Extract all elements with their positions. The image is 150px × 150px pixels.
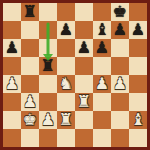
- square-h7[interactable]: ♟: [129, 21, 147, 39]
- piece-black-rook: ♜: [41, 57, 55, 75]
- square-d7[interactable]: ♟: [57, 21, 75, 39]
- piece-white-knight: ♞: [59, 75, 73, 93]
- piece-white-pawn: ♟: [5, 75, 19, 93]
- square-b4[interactable]: [21, 75, 39, 93]
- piece-black-pawn: ♟: [131, 21, 145, 39]
- piece-white-rook: ♜: [77, 93, 91, 111]
- chess-board: ♜♚♟♝♟♟♟♟♟♜♟♞♟♟♟♜♚♟♜♝: [0, 0, 150, 150]
- square-g5[interactable]: [111, 57, 129, 75]
- piece-white-pawn: ♟: [113, 75, 127, 93]
- square-b2[interactable]: ♚: [21, 111, 39, 129]
- piece-black-pawn: ♟: [5, 39, 19, 57]
- square-a2[interactable]: [3, 111, 21, 129]
- square-f4[interactable]: ♟: [93, 75, 111, 93]
- square-d4[interactable]: ♞: [57, 75, 75, 93]
- square-a4[interactable]: ♟: [3, 75, 21, 93]
- square-e1[interactable]: [75, 129, 93, 147]
- piece-white-pawn: ♟: [23, 93, 37, 111]
- square-b3[interactable]: ♟: [21, 93, 39, 111]
- piece-black-bishop: ♝: [95, 21, 109, 39]
- square-f2[interactable]: [93, 111, 111, 129]
- square-d5[interactable]: [57, 57, 75, 75]
- square-f7[interactable]: ♝: [93, 21, 111, 39]
- square-g4[interactable]: ♟: [111, 75, 129, 93]
- piece-black-rook: ♜: [23, 3, 37, 21]
- square-a3[interactable]: [3, 93, 21, 111]
- piece-black-king: ♚: [113, 3, 127, 21]
- square-g6[interactable]: [111, 39, 129, 57]
- square-g7[interactable]: ♟: [111, 21, 129, 39]
- square-c1[interactable]: [39, 129, 57, 147]
- square-c7[interactable]: [39, 21, 57, 39]
- square-e6[interactable]: ♟: [75, 39, 93, 57]
- square-f3[interactable]: [93, 93, 111, 111]
- piece-black-pawn: ♟: [77, 39, 91, 57]
- square-g3[interactable]: [111, 93, 129, 111]
- square-d3[interactable]: [57, 93, 75, 111]
- square-d6[interactable]: [57, 39, 75, 57]
- square-c3[interactable]: [39, 93, 57, 111]
- square-a5[interactable]: [3, 57, 21, 75]
- square-a1[interactable]: [3, 129, 21, 147]
- piece-black-pawn: ♟: [113, 21, 127, 39]
- square-a7[interactable]: [3, 21, 21, 39]
- square-e2[interactable]: [75, 111, 93, 129]
- square-c6[interactable]: [39, 39, 57, 57]
- square-g8[interactable]: ♚: [111, 3, 129, 21]
- square-b1[interactable]: [21, 129, 39, 147]
- square-c2[interactable]: ♟: [39, 111, 57, 129]
- piece-black-pawn: ♟: [59, 21, 73, 39]
- square-b7[interactable]: [21, 21, 39, 39]
- square-a6[interactable]: ♟: [3, 39, 21, 57]
- square-h2[interactable]: ♝: [129, 111, 147, 129]
- square-g2[interactable]: [111, 111, 129, 129]
- square-e7[interactable]: [75, 21, 93, 39]
- square-f5[interactable]: [93, 57, 111, 75]
- square-c8[interactable]: [39, 3, 57, 21]
- square-b6[interactable]: [21, 39, 39, 57]
- square-h4[interactable]: [129, 75, 147, 93]
- square-e5[interactable]: [75, 57, 93, 75]
- piece-white-king: ♚: [23, 111, 37, 129]
- square-f8[interactable]: [93, 3, 111, 21]
- square-h6[interactable]: [129, 39, 147, 57]
- square-e3[interactable]: ♜: [75, 93, 93, 111]
- square-b5[interactable]: [21, 57, 39, 75]
- square-g1[interactable]: [111, 129, 129, 147]
- square-h1[interactable]: [129, 129, 147, 147]
- square-h8[interactable]: [129, 3, 147, 21]
- square-f1[interactable]: [93, 129, 111, 147]
- square-a8[interactable]: [3, 3, 21, 21]
- square-b8[interactable]: ♜: [21, 3, 39, 21]
- square-e8[interactable]: [75, 3, 93, 21]
- square-d8[interactable]: [57, 3, 75, 21]
- square-h5[interactable]: [129, 57, 147, 75]
- square-d1[interactable]: [57, 129, 75, 147]
- piece-black-pawn: ♟: [95, 39, 109, 57]
- square-d2[interactable]: ♜: [57, 111, 75, 129]
- piece-white-pawn: ♟: [41, 111, 55, 129]
- square-c4[interactable]: [39, 75, 57, 93]
- square-h3[interactable]: [129, 93, 147, 111]
- piece-white-pawn: ♟: [95, 75, 109, 93]
- chess-diagram: ♜♚♟♝♟♟♟♟♟♜♟♞♟♟♟♜♚♟♜♝: [0, 0, 150, 150]
- piece-white-rook: ♜: [59, 111, 73, 129]
- square-f6[interactable]: ♟: [93, 39, 111, 57]
- piece-white-bishop: ♝: [131, 111, 145, 129]
- square-e4[interactable]: [75, 75, 93, 93]
- square-c5[interactable]: ♜: [39, 57, 57, 75]
